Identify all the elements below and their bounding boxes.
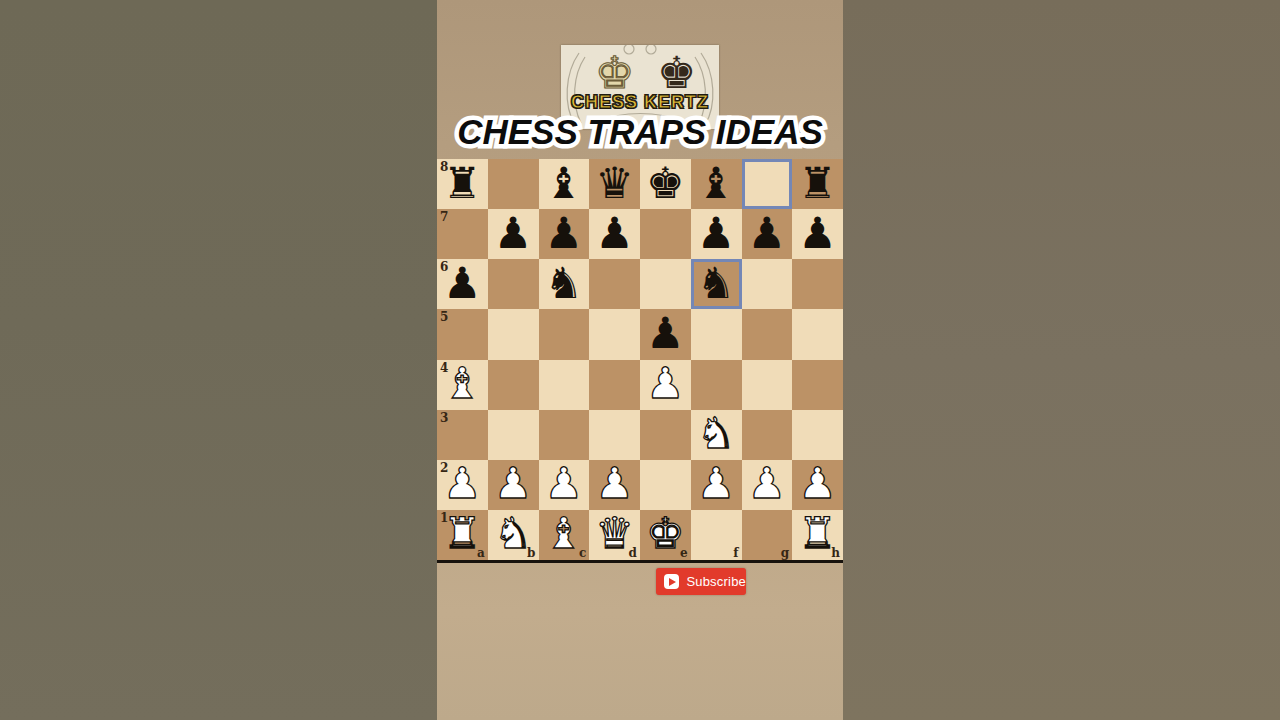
square-e3[interactable] [640, 410, 691, 460]
square-c5[interactable] [539, 309, 590, 359]
square-g5[interactable] [742, 309, 793, 359]
white-king-e1: ♚ [646, 510, 685, 556]
white-bishop-a4: ♝ [443, 360, 482, 406]
black-knight-f6: ♞ [697, 260, 736, 306]
black-bishop-f8: ♝ [697, 160, 736, 206]
video-content-column: ♚ ♚ CHESS KERTZ CHESS TRAPS IDEAS CHESS … [437, 0, 843, 720]
square-b4[interactable] [488, 360, 539, 410]
file-label-a: a [477, 547, 485, 559]
square-d2[interactable]: ♟ [589, 460, 640, 510]
square-b7[interactable]: ♟ [488, 209, 539, 259]
video-title: CHESS TRAPS IDEAS CHESS TRAPS IDEAS [437, 112, 843, 158]
subscribe-label: Subscribe [686, 574, 746, 589]
square-b6[interactable] [488, 259, 539, 309]
square-f4[interactable] [691, 360, 742, 410]
square-d6[interactable] [589, 259, 640, 309]
square-a5[interactable]: 5 [437, 309, 488, 359]
square-f3[interactable]: ♞ [691, 410, 742, 460]
square-d3[interactable] [589, 410, 640, 460]
black-pawn-f7: ♟ [697, 210, 736, 256]
black-rook-h8: ♜ [798, 160, 837, 206]
black-pawn-e5: ♟ [646, 310, 685, 356]
square-h6[interactable] [792, 259, 843, 309]
square-a3[interactable]: 3 [437, 410, 488, 460]
square-a7[interactable]: 7 [437, 209, 488, 259]
square-g2[interactable]: ♟ [742, 460, 793, 510]
white-pawn-d2: ♟ [595, 460, 634, 506]
square-e4[interactable]: ♟ [640, 360, 691, 410]
square-g1[interactable]: g [742, 510, 793, 560]
square-e6[interactable] [640, 259, 691, 309]
file-label-d: d [629, 547, 637, 559]
square-d4[interactable] [589, 360, 640, 410]
square-f6[interactable]: ♞ [691, 259, 742, 309]
square-a1[interactable]: 1a♜ [437, 510, 488, 560]
square-c2[interactable]: ♟ [539, 460, 590, 510]
square-g6[interactable] [742, 259, 793, 309]
square-c7[interactable]: ♟ [539, 209, 590, 259]
white-pawn-f2: ♟ [697, 460, 736, 506]
square-b3[interactable] [488, 410, 539, 460]
rank-label-8: 8 [440, 161, 448, 173]
square-f8[interactable]: ♝ [691, 159, 742, 209]
square-h8[interactable]: ♜ [792, 159, 843, 209]
square-e8[interactable]: ♚ [640, 159, 691, 209]
video-title-text: CHESS TRAPS IDEAS [437, 112, 843, 152]
square-h5[interactable] [792, 309, 843, 359]
background-blur-right [843, 0, 1280, 720]
square-b5[interactable] [488, 309, 539, 359]
square-e1[interactable]: e♚ [640, 510, 691, 560]
square-f1[interactable]: f [691, 510, 742, 560]
white-pawn-b2: ♟ [494, 460, 533, 506]
square-f7[interactable]: ♟ [691, 209, 742, 259]
white-pawn-a2: ♟ [443, 460, 482, 506]
square-c8[interactable]: ♝ [539, 159, 590, 209]
rank-label-3: 3 [440, 412, 448, 424]
rank-label-7: 7 [440, 211, 448, 223]
square-g8[interactable] [742, 159, 793, 209]
square-h1[interactable]: h♜ [792, 510, 843, 560]
file-label-b: b [527, 547, 535, 559]
square-g4[interactable] [742, 360, 793, 410]
black-pawn-a6: ♟ [443, 260, 482, 306]
black-pawn-g7: ♟ [748, 210, 787, 256]
square-b2[interactable]: ♟ [488, 460, 539, 510]
square-h4[interactable] [792, 360, 843, 410]
square-h7[interactable]: ♟ [792, 209, 843, 259]
square-g7[interactable]: ♟ [742, 209, 793, 259]
black-knight-c6: ♞ [545, 260, 584, 306]
rank-label-1: 1 [440, 512, 448, 524]
video-frame: ♚ ♚ CHESS KERTZ CHESS TRAPS IDEAS CHESS … [0, 0, 1280, 720]
file-label-f: f [733, 547, 738, 559]
white-rook-a1: ♜ [443, 510, 482, 556]
square-d7[interactable]: ♟ [589, 209, 640, 259]
black-king-e8: ♚ [646, 160, 685, 206]
square-b1[interactable]: b♞ [488, 510, 539, 560]
black-pawn-b7: ♟ [494, 210, 533, 256]
file-label-c: c [579, 547, 586, 559]
board-bottom-edge [437, 560, 843, 563]
channel-logo-text: CHESS KERTZ [561, 92, 719, 113]
chess-board: 8♜♝♛♚♝♜7♟♟♟♟♟♟6♟♞♞5♟4♝♟3♞2♟♟♟♟♟♟♟1a♜b♞c♝… [437, 159, 843, 560]
rank-label-4: 4 [440, 362, 448, 374]
black-pawn-h7: ♟ [798, 210, 837, 256]
square-e2[interactable] [640, 460, 691, 510]
play-triangle-icon [669, 578, 676, 586]
square-d1[interactable]: d♛ [589, 510, 640, 560]
black-pawn-d7: ♟ [595, 210, 634, 256]
white-pawn-e4: ♟ [646, 360, 685, 406]
square-g3[interactable] [742, 410, 793, 460]
square-a4[interactable]: 4♝ [437, 360, 488, 410]
square-c6[interactable]: ♞ [539, 259, 590, 309]
square-e5[interactable]: ♟ [640, 309, 691, 359]
square-f2[interactable]: ♟ [691, 460, 742, 510]
square-d5[interactable] [589, 309, 640, 359]
square-d8[interactable]: ♛ [589, 159, 640, 209]
black-queen-d8: ♛ [595, 160, 634, 206]
square-a2[interactable]: 2♟ [437, 460, 488, 510]
background-blur-left [0, 0, 437, 720]
square-c1[interactable]: c♝ [539, 510, 590, 560]
rank-label-6: 6 [440, 261, 448, 273]
black-rook-a8: ♜ [443, 160, 482, 206]
file-label-h: h [831, 547, 840, 559]
square-f5[interactable] [691, 309, 742, 359]
youtube-play-icon [664, 574, 679, 589]
square-a6[interactable]: 6♟ [437, 259, 488, 309]
white-pawn-c2: ♟ [545, 460, 584, 506]
white-bishop-c1: ♝ [545, 510, 584, 556]
square-b8[interactable] [488, 159, 539, 209]
black-bishop-c8: ♝ [545, 160, 584, 206]
square-a8[interactable]: 8♜ [437, 159, 488, 209]
subscribe-button[interactable]: Subscribe [656, 568, 746, 595]
square-c3[interactable] [539, 410, 590, 460]
square-e7[interactable] [640, 209, 691, 259]
rank-label-5: 5 [440, 311, 448, 323]
square-h2[interactable]: ♟ [792, 460, 843, 510]
white-knight-f3: ♞ [697, 410, 736, 456]
white-pawn-g2: ♟ [748, 460, 787, 506]
square-c4[interactable] [539, 360, 590, 410]
white-pawn-h2: ♟ [798, 460, 837, 506]
square-h3[interactable] [792, 410, 843, 460]
rank-label-2: 2 [440, 462, 448, 474]
file-label-e: e [680, 547, 688, 559]
file-label-g: g [781, 547, 789, 559]
black-pawn-c7: ♟ [545, 210, 584, 256]
